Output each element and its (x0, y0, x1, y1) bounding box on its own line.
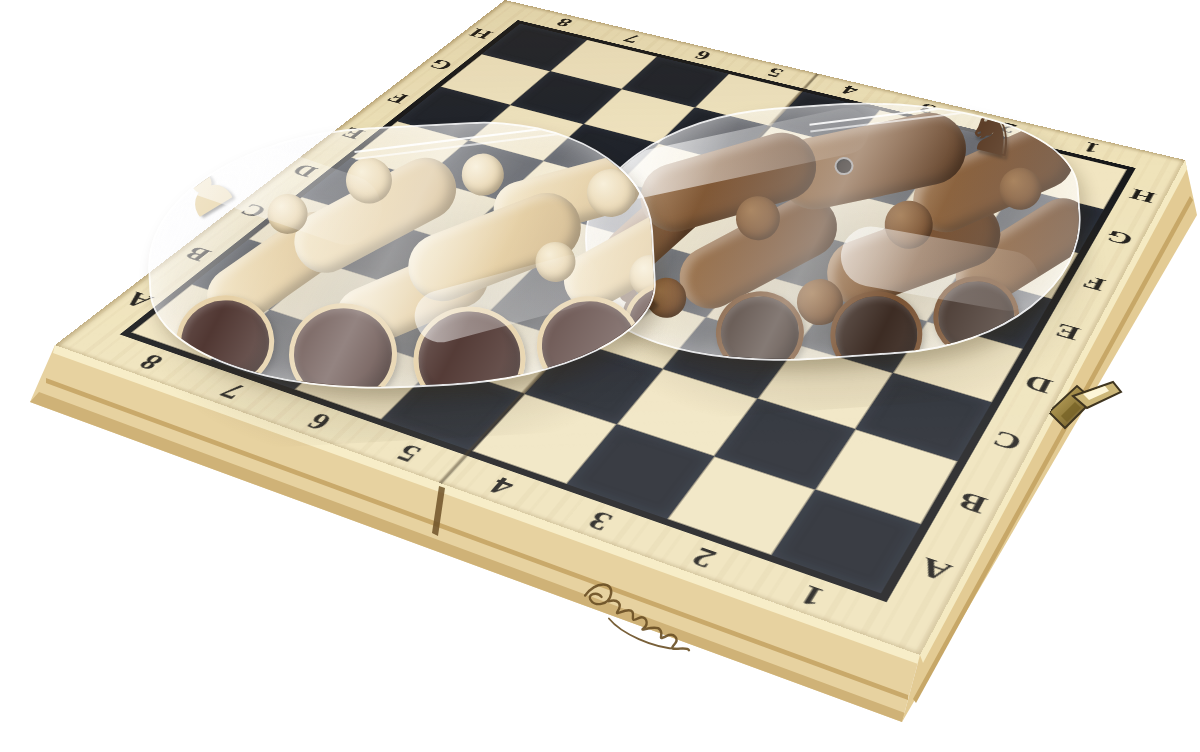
light-piece-glyph: ♟ (164, 146, 246, 230)
right-file-label-H: H (1115, 181, 1170, 210)
light-piece-knob (461, 153, 505, 197)
right-file-label-F: F (1065, 266, 1124, 300)
right-file-label-G: G (1091, 222, 1148, 253)
product-photo-scene: 8765432187654321HGFEDCBAHGFEDCBA ♟♞ ♟♟ (0, 0, 1200, 752)
right-file-label-C: C (973, 420, 1040, 463)
right-file-label-E: E (1037, 314, 1099, 350)
